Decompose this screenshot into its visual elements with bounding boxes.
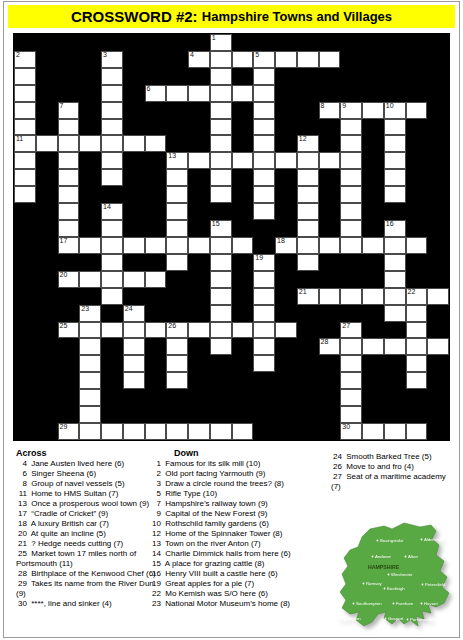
grid-cell-white[interactable] [384, 423, 406, 440]
grid-cell-white[interactable] [210, 102, 232, 119]
grid-cell-white[interactable] [340, 119, 362, 136]
grid-cell-white[interactable]: 18 [275, 237, 297, 254]
grid-cell-black [188, 102, 210, 119]
grid-cell-white[interactable] [36, 135, 58, 152]
grid-cell-black [362, 34, 384, 51]
grid-cell-white[interactable] [210, 338, 232, 355]
grid-cell-white[interactable] [58, 169, 80, 186]
grid-cell-white[interactable] [14, 68, 36, 85]
grid-cell-white[interactable] [210, 288, 232, 305]
grid-cell-white[interactable] [319, 237, 341, 254]
grid-cell-white[interactable] [58, 220, 80, 237]
grid-cell-white[interactable] [275, 152, 297, 169]
grid-cell-white[interactable] [210, 271, 232, 288]
grid-cell-black [275, 102, 297, 119]
grid-cell-white[interactable] [101, 85, 123, 102]
grid-cell-black [188, 338, 210, 355]
grid-cell-white[interactable] [340, 338, 362, 355]
grid-cell-white[interactable] [101, 135, 123, 152]
grid-cell-black [36, 338, 58, 355]
grid-cell-white[interactable] [340, 355, 362, 372]
grid-cell-white[interactable] [297, 186, 319, 203]
grid-cell-white[interactable] [188, 423, 210, 440]
grid-cell-white[interactable] [384, 254, 406, 271]
grid-cell-white[interactable] [166, 338, 188, 355]
grid-cell-white[interactable] [101, 254, 123, 271]
grid-cell-black [123, 186, 145, 203]
grid-cell-white[interactable] [253, 119, 275, 136]
clue-down-9: 9 Capital of the New Forest (9) [150, 509, 326, 519]
grid-cell-white[interactable] [210, 186, 232, 203]
grid-cell-white[interactable] [253, 322, 275, 339]
grid-cell-black [36, 271, 58, 288]
grid-cell-white[interactable] [406, 423, 428, 440]
grid-cell-white[interactable]: 29 [58, 423, 80, 440]
grid-cell-white[interactable] [188, 152, 210, 169]
grid-cell-black [275, 355, 297, 372]
grid-cell-black [101, 338, 123, 355]
grid-cell-black [36, 102, 58, 119]
grid-cell-white[interactable]: 5 [253, 51, 275, 68]
cell-number: 6 [147, 85, 151, 93]
clue-across-28: 28 Birthplace of the Kenwood Chef (6) [16, 569, 156, 579]
grid-cell-white[interactable] [123, 271, 145, 288]
grid-cell-white[interactable] [166, 237, 188, 254]
grid-cell-white[interactable] [210, 169, 232, 186]
grid-cell-black [36, 305, 58, 322]
grid-cell-black [275, 186, 297, 203]
clue-across-4: 4 Jane Austen lived here (6) [16, 459, 156, 469]
grid-cell-white[interactable]: 27 [340, 322, 362, 339]
cell-number: 24 [125, 305, 133, 313]
grid-cell-white[interactable] [14, 102, 36, 119]
grid-cell-white[interactable] [166, 186, 188, 203]
grid-cell-black [14, 423, 36, 440]
grid-cell-black [232, 305, 254, 322]
cell-number: 26 [168, 322, 176, 330]
clue-down-26: 26 Move to and fro (4) [331, 462, 457, 472]
grid-cell-black [340, 271, 362, 288]
grid-cell-white[interactable] [253, 85, 275, 102]
grid-cell-white[interactable] [166, 254, 188, 271]
grid-cell-white[interactable] [79, 338, 101, 355]
grid-cell-white[interactable] [340, 152, 362, 169]
grid-cell-white[interactable] [166, 203, 188, 220]
grid-cell-white[interactable] [340, 237, 362, 254]
grid-cell-white[interactable] [362, 237, 384, 254]
grid-cell-white[interactable] [14, 169, 36, 186]
grid-cell-white[interactable] [145, 322, 167, 339]
grid-cell-white[interactable] [297, 169, 319, 186]
grid-cell-white[interactable] [406, 355, 428, 372]
grid-cell-black [384, 203, 406, 220]
grid-cell-black [14, 305, 36, 322]
grid-cell-white[interactable] [79, 237, 101, 254]
grid-cell-white[interactable] [253, 305, 275, 322]
grid-cell-white[interactable]: 26 [166, 322, 188, 339]
grid-cell-black [145, 338, 167, 355]
grid-cell-white[interactable] [101, 288, 123, 305]
grid-cell-white[interactable] [340, 186, 362, 203]
grid-cell-white[interactable] [297, 254, 319, 271]
cell-number: 5 [255, 51, 259, 59]
grid-cell-black [427, 322, 449, 339]
grid-cell-white[interactable]: 13 [166, 152, 188, 169]
grid-cell-white[interactable] [101, 119, 123, 136]
grid-cell-white[interactable] [384, 237, 406, 254]
grid-cell-white[interactable] [232, 423, 254, 440]
grid-cell-white[interactable] [384, 119, 406, 136]
grid-cell-white[interactable] [384, 338, 406, 355]
grid-cell-white[interactable] [79, 406, 101, 423]
grid-cell-black [166, 389, 188, 406]
grid-cell-black [297, 355, 319, 372]
grid-cell-black [406, 406, 428, 423]
grid-cell-white[interactable] [79, 355, 101, 372]
grid-cell-white[interactable]: 23 [79, 305, 101, 322]
grid-cell-white[interactable] [123, 135, 145, 152]
grid-cell-white[interactable] [101, 169, 123, 186]
grid-cell-white[interactable]: 10 [384, 102, 406, 119]
grid-cell-black [275, 119, 297, 136]
grid-cell-white[interactable]: 4 [188, 51, 210, 68]
clue-across-21: 21 ? Hedge needs cutting (7) [16, 539, 156, 549]
grid-cell-white[interactable] [210, 237, 232, 254]
grid-cell-black [384, 372, 406, 389]
grid-cell-black [340, 85, 362, 102]
grid-cell-white[interactable] [101, 271, 123, 288]
grid-cell-white[interactable]: 15 [210, 220, 232, 237]
grid-cell-white[interactable] [362, 423, 384, 440]
grid-cell-white[interactable] [340, 288, 362, 305]
grid-cell-white[interactable] [79, 423, 101, 440]
grid-cell-black [101, 372, 123, 389]
grid-cell-white[interactable] [210, 85, 232, 102]
grid-cell-white[interactable]: 25 [58, 322, 80, 339]
grid-cell-black [188, 135, 210, 152]
grid-cell-white[interactable] [101, 237, 123, 254]
grid-cell-black [58, 305, 80, 322]
grid-cell-white[interactable]: 24 [123, 305, 145, 322]
grid-cell-white[interactable] [232, 85, 254, 102]
grid-cell-black [101, 406, 123, 423]
grid-cell-white[interactable] [340, 406, 362, 423]
grid-cell-black [58, 68, 80, 85]
grid-cell-white[interactable]: 2 [14, 51, 36, 68]
grid-cell-white[interactable] [253, 186, 275, 203]
grid-cell-white[interactable] [340, 220, 362, 237]
grid-cell-black [319, 220, 341, 237]
grid-cell-white[interactable] [232, 322, 254, 339]
grid-cell-white[interactable] [275, 322, 297, 339]
cell-number: 15 [212, 220, 220, 228]
grid-cell-white[interactable] [210, 152, 232, 169]
grid-cell-white[interactable] [145, 423, 167, 440]
grid-cell-white[interactable] [253, 288, 275, 305]
grid-cell-white[interactable] [123, 372, 145, 389]
grid-cell-white[interactable] [210, 423, 232, 440]
grid-cell-black [427, 85, 449, 102]
grid-cell-black [427, 203, 449, 220]
grid-cell-white[interactable] [253, 135, 275, 152]
grid-cell-white[interactable] [384, 271, 406, 288]
grid-cell-black [232, 203, 254, 220]
grid-cell-white[interactable] [210, 119, 232, 136]
grid-cell-white[interactable]: 9 [340, 102, 362, 119]
grid-cell-white[interactable] [406, 372, 428, 389]
grid-cell-black [362, 68, 384, 85]
grid-cell-white[interactable] [340, 169, 362, 186]
grid-cell-black [340, 51, 362, 68]
grid-cell-white[interactable] [384, 186, 406, 203]
grid-cell-white[interactable] [58, 186, 80, 203]
grid-cell-black [36, 254, 58, 271]
grid-cell-white[interactable] [79, 271, 101, 288]
grid-cell-white[interactable] [123, 423, 145, 440]
grid-cell-white[interactable] [123, 322, 145, 339]
grid-cell-white[interactable] [384, 135, 406, 152]
grid-cell-black [406, 169, 428, 186]
grid-cell-black [427, 169, 449, 186]
town-label: Portsmouth [410, 617, 433, 622]
clue-number: 23 [150, 599, 161, 609]
grid-cell-black [253, 34, 275, 51]
grid-cell-white[interactable]: 14 [101, 203, 123, 220]
grid-cell-white[interactable] [253, 169, 275, 186]
grid-cell-white[interactable]: 1 [210, 34, 232, 51]
grid-cell-white[interactable] [14, 152, 36, 169]
grid-cell-white[interactable] [275, 51, 297, 68]
grid-cell-white[interactable] [406, 102, 428, 119]
grid-cell-white[interactable] [253, 355, 275, 372]
grid-cell-white[interactable] [58, 119, 80, 136]
grid-cell-white[interactable]: 6 [145, 85, 167, 102]
grid-cell-white[interactable]: 21 [297, 288, 319, 305]
grid-cell-black [145, 34, 167, 51]
town-label: Fareham [396, 601, 414, 606]
grid-cell-black [362, 203, 384, 220]
grid-cell-white[interactable]: 17 [58, 237, 80, 254]
grid-cell-white[interactable] [340, 372, 362, 389]
grid-cell-white[interactable] [166, 355, 188, 372]
grid-cell-white[interactable] [384, 152, 406, 169]
grid-cell-black [406, 152, 428, 169]
grid-cell-white[interactable] [253, 68, 275, 85]
grid-cell-white[interactable] [297, 203, 319, 220]
clue-number: 14 [150, 549, 161, 559]
grid-cell-white[interactable] [166, 169, 188, 186]
grid-cell-white[interactable] [232, 152, 254, 169]
grid-cell-white[interactable] [14, 119, 36, 136]
grid-cell-white[interactable] [319, 51, 341, 68]
grid-cell-white[interactable] [406, 322, 428, 339]
grid-cell-white[interactable]: 20 [58, 271, 80, 288]
grid-cell-white[interactable] [253, 203, 275, 220]
grid-cell-white[interactable] [210, 254, 232, 271]
grid-cell-black [297, 119, 319, 136]
grid-cell-black [340, 254, 362, 271]
grid-cell-black [14, 338, 36, 355]
town-label: Lymington [341, 616, 361, 621]
grid-cell-black [253, 389, 275, 406]
cell-number: 30 [342, 423, 350, 431]
grid-cell-white[interactable] [232, 237, 254, 254]
grid-cell-white[interactable] [232, 51, 254, 68]
grid-cell-white[interactable] [79, 322, 101, 339]
grid-cell-black [58, 389, 80, 406]
grid-cell-black [210, 389, 232, 406]
grid-cell-black [232, 119, 254, 136]
grid-cell-white[interactable] [188, 85, 210, 102]
grid-cell-white[interactable] [319, 288, 341, 305]
grid-cell-white[interactable]: 30 [340, 423, 362, 440]
grid-cell-white[interactable]: 7 [58, 102, 80, 119]
grid-cell-black [166, 135, 188, 152]
grid-cell-white[interactable] [297, 152, 319, 169]
grid-cell-white[interactable] [101, 423, 123, 440]
grid-cell-white[interactable] [101, 152, 123, 169]
grid-cell-white[interactable] [406, 305, 428, 322]
clue-number: 8 [16, 479, 27, 489]
grid-cell-white[interactable] [340, 203, 362, 220]
grid-cell-white[interactable] [188, 322, 210, 339]
grid-cell-white[interactable] [210, 68, 232, 85]
grid-cell-white[interactable]: 12 [297, 135, 319, 152]
grid-cell-black [340, 305, 362, 322]
grid-cell-white[interactable] [319, 152, 341, 169]
town-label: Basingstoke [380, 538, 404, 543]
grid-cell-black [384, 406, 406, 423]
grid-cell-white[interactable] [123, 237, 145, 254]
grid-cell-white[interactable] [210, 322, 232, 339]
grid-cell-white[interactable] [123, 338, 145, 355]
grid-cell-white[interactable] [427, 288, 449, 305]
grid-cell-black [36, 389, 58, 406]
grid-cell-white[interactable]: 19 [253, 254, 275, 271]
grid-cell-white[interactable] [14, 186, 36, 203]
grid-cell-white[interactable] [253, 271, 275, 288]
grid-cell-white[interactable] [384, 288, 406, 305]
grid-cell-white[interactable] [79, 389, 101, 406]
grid-cell-black [58, 288, 80, 305]
grid-cell-white[interactable] [406, 237, 428, 254]
grid-cell-white[interactable] [210, 51, 232, 68]
grid-cell-white[interactable] [253, 152, 275, 169]
grid-cell-white[interactable] [340, 135, 362, 152]
grid-cell-white[interactable] [253, 102, 275, 119]
grid-cell-black [166, 288, 188, 305]
grid-cell-white[interactable] [166, 85, 188, 102]
grid-cell-white[interactable] [362, 102, 384, 119]
grid-cell-white[interactable] [79, 135, 101, 152]
clue-down-3: 3 Draw a circle round the trees? (8) [150, 479, 326, 489]
grid-cell-white[interactable] [58, 203, 80, 220]
grid-cell-white[interactable] [166, 372, 188, 389]
grid-cell-white[interactable]: 11 [14, 135, 36, 152]
grid-cell-black [427, 423, 449, 440]
grid-cell-white[interactable] [210, 305, 232, 322]
grid-cell-black [14, 288, 36, 305]
grid-cell-white[interactable] [340, 389, 362, 406]
clue-down-14: 14 Charlie Dimmick hails from here (6) [150, 549, 326, 559]
grid-cell-black [210, 406, 232, 423]
grid-cell-white[interactable] [101, 322, 123, 339]
grid-cell-black [36, 169, 58, 186]
grid-cell-white[interactable]: 8 [319, 102, 341, 119]
down-clues-continued: 24 Smooth Barked Tree (5)26 Move to and … [331, 452, 457, 492]
clue-across-18: 18 A luxury British car (7) [16, 519, 156, 529]
grid-cell-white[interactable]: 28 [319, 338, 341, 355]
cell-number: 11 [16, 135, 23, 143]
hampshire-map-svg: BasingstokeAldershotAndoverAltonWinchest… [332, 513, 463, 637]
across-clue-list: 4 Jane Austen lived here (6)6 Singer She… [16, 459, 156, 609]
grid-cell-black [297, 85, 319, 102]
grid-cell-black [14, 406, 36, 423]
grid-cell-white[interactable] [145, 135, 167, 152]
town-label: Aldershot [424, 537, 443, 542]
cell-number: 13 [168, 152, 176, 160]
grid-cell-white[interactable] [166, 423, 188, 440]
grid-cell-black [79, 254, 101, 271]
grid-cell-black [275, 135, 297, 152]
grid-cell-white[interactable] [14, 85, 36, 102]
grid-cell-white[interactable] [101, 102, 123, 119]
grid-cell-black [384, 68, 406, 85]
grid-cell-black [14, 220, 36, 237]
clue-number: 10 [150, 519, 161, 529]
grid-cell-white[interactable] [58, 152, 80, 169]
grid-cell-black [362, 271, 384, 288]
grid-cell-black [427, 119, 449, 136]
grid-cell-white[interactable]: 16 [384, 220, 406, 237]
grid-cell-black [123, 85, 145, 102]
grid-cell-black [427, 355, 449, 372]
grid-cell-white[interactable] [166, 220, 188, 237]
grid-cell-white[interactable] [210, 135, 232, 152]
grid-cell-white[interactable] [384, 169, 406, 186]
down-clue-list: 1 Famous for its silk mill (10)2 Old por… [150, 459, 326, 609]
grid-cell-white[interactable] [297, 220, 319, 237]
grid-cell-white[interactable] [145, 237, 167, 254]
grid-cell-white[interactable] [188, 237, 210, 254]
grid-cell-white[interactable] [101, 220, 123, 237]
cell-number: 3 [103, 51, 107, 59]
grid-cell-white[interactable] [427, 338, 449, 355]
grid-cell-black [427, 305, 449, 322]
grid-cell-white[interactable] [123, 355, 145, 372]
grid-cell-white[interactable] [362, 288, 384, 305]
grid-cell-black [319, 406, 341, 423]
grid-cell-white[interactable] [58, 135, 80, 152]
cell-number: 8 [321, 102, 325, 110]
grid-cell-white[interactable] [297, 51, 319, 68]
town-dot [363, 583, 365, 585]
grid-cell-white[interactable]: 3 [101, 51, 123, 68]
grid-cell-white[interactable] [253, 338, 275, 355]
grid-cell-white[interactable] [101, 68, 123, 85]
grid-cell-black [427, 51, 449, 68]
grid-cell-black [319, 186, 341, 203]
clue-down-24: 24 Smooth Barked Tree (5) [331, 452, 457, 462]
grid-cell-white[interactable] [79, 372, 101, 389]
grid-cell-white[interactable] [362, 338, 384, 355]
grid-cell-white[interactable] [145, 271, 167, 288]
grid-cell-white[interactable] [384, 305, 406, 322]
grid-cell-white[interactable]: 22 [406, 288, 428, 305]
grid-cell-white[interactable] [406, 338, 428, 355]
grid-cell-white[interactable] [297, 237, 319, 254]
clue-across-17: 17 “Cradle of Cricket” (9) [16, 509, 156, 519]
